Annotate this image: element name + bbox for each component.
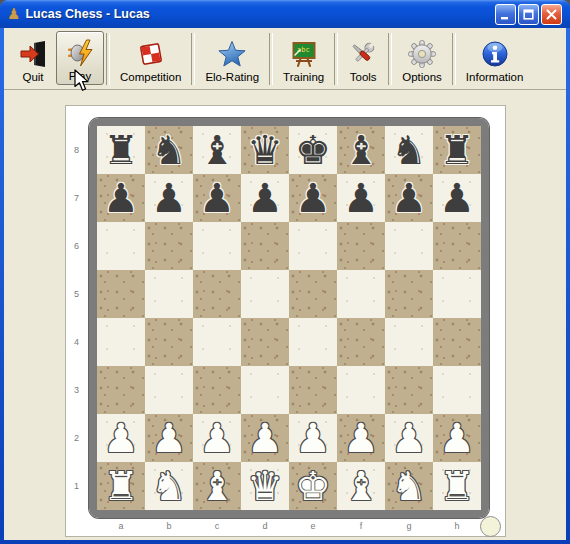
tools-label: Tools (350, 71, 377, 83)
square-f4[interactable] (337, 318, 385, 366)
file-label-g: g (385, 519, 433, 533)
black-pawn[interactable]: ♟ (145, 174, 193, 222)
lucas-chess-window: ♟ Lucas Chess - Lucas (0, 0, 570, 544)
black-pawn[interactable]: ♟ (241, 174, 289, 222)
square-d5[interactable] (241, 270, 289, 318)
square-f8[interactable]: ♝ (337, 126, 385, 174)
square-d4[interactable] (241, 318, 289, 366)
square-e5[interactable] (289, 270, 337, 318)
square-f2[interactable]: ♟ (337, 414, 385, 462)
turn-indicator-white (480, 516, 501, 537)
maximize-button[interactable] (518, 4, 539, 25)
square-h2[interactable]: ♟ (433, 414, 481, 462)
file-labels: abcdefgh (97, 519, 481, 533)
square-b2[interactable]: ♟ (145, 414, 193, 462)
square-b3[interactable] (145, 366, 193, 414)
square-d8[interactable]: ♛ (241, 126, 289, 174)
square-e6[interactable] (289, 222, 337, 270)
black-bishop[interactable]: ♝ (337, 126, 385, 174)
white-pawn[interactable]: ♟ (145, 414, 193, 462)
square-h5[interactable] (433, 270, 481, 318)
black-pawn[interactable]: ♟ (337, 174, 385, 222)
info-icon (480, 37, 510, 70)
white-pawn[interactable]: ♟ (337, 414, 385, 462)
square-b1[interactable]: ♞ (145, 462, 193, 510)
maximize-icon (523, 9, 534, 20)
square-h4[interactable] (433, 318, 481, 366)
square-d1[interactable]: ♛ (241, 462, 289, 510)
square-b8[interactable]: ♞ (145, 126, 193, 174)
toolbar-separator (191, 33, 195, 85)
file-label-a: a (97, 519, 145, 533)
window-content: Quit (4, 28, 566, 540)
black-pawn[interactable]: ♟ (289, 174, 337, 222)
white-pawn[interactable]: ♟ (433, 414, 481, 462)
black-rook[interactable]: ♜ (97, 126, 145, 174)
window-title: Lucas Chess - Lucas (25, 7, 495, 21)
rank-label-7: 7 (66, 174, 87, 222)
black-pawn[interactable]: ♟ (433, 174, 481, 222)
white-rook[interactable]: ♜ (97, 462, 145, 510)
close-button[interactable] (541, 4, 562, 25)
square-c5[interactable] (193, 270, 241, 318)
white-pawn[interactable]: ♟ (385, 414, 433, 462)
minimize-icon (500, 9, 511, 20)
black-bishop[interactable]: ♝ (193, 126, 241, 174)
square-e7[interactable]: ♟ (289, 174, 337, 222)
square-a8[interactable]: ♜ (97, 126, 145, 174)
square-h6[interactable] (433, 222, 481, 270)
square-h8[interactable]: ♜ (433, 126, 481, 174)
competition-button[interactable]: Competition (112, 31, 189, 85)
square-b5[interactable] (145, 270, 193, 318)
black-queen[interactable]: ♛ (241, 126, 289, 174)
toolbar-separator (334, 33, 338, 85)
white-bishop[interactable]: ♝ (193, 462, 241, 510)
square-g5[interactable] (385, 270, 433, 318)
black-pawn[interactable]: ♟ (97, 174, 145, 222)
play-button[interactable]: Play (56, 31, 104, 85)
rank-label-8: 8 (66, 126, 87, 174)
quit-button[interactable]: Quit (10, 31, 56, 85)
square-a6[interactable] (97, 222, 145, 270)
gear-icon (407, 37, 437, 70)
white-pawn[interactable]: ♟ (289, 414, 337, 462)
white-king[interactable]: ♚ (289, 462, 337, 510)
toolbar-separator (269, 33, 273, 85)
white-pawn[interactable]: ♟ (241, 414, 289, 462)
square-g8[interactable]: ♞ (385, 126, 433, 174)
chess-board[interactable]: ♜♞♝♛♚♝♞♜♟♟♟♟♟♟♟♟♟♟♟♟♟♟♟♟♜♞♝♛♚♝♞♜ (89, 118, 489, 518)
square-d6[interactable] (241, 222, 289, 270)
training-button[interactable]: abc Training (275, 31, 332, 85)
square-c4[interactable] (193, 318, 241, 366)
black-king[interactable]: ♚ (289, 126, 337, 174)
square-d2[interactable]: ♟ (241, 414, 289, 462)
wrench-screwdriver-icon (348, 37, 378, 70)
board-panel: 87654321 ♜♞♝♛♚♝♞♜♟♟♟♟♟♟♟♟♟♟♟♟♟♟♟♟♜♞♝♛♚♝♞… (65, 105, 506, 537)
square-f1[interactable]: ♝ (337, 462, 385, 510)
file-label-e: e (289, 519, 337, 533)
black-knight[interactable]: ♞ (385, 126, 433, 174)
square-a4[interactable] (97, 318, 145, 366)
white-pawn[interactable]: ♟ (97, 414, 145, 462)
rank-label-4: 4 (66, 318, 87, 366)
rank-label-2: 2 (66, 414, 87, 462)
square-b7[interactable]: ♟ (145, 174, 193, 222)
square-e8[interactable]: ♚ (289, 126, 337, 174)
square-d3[interactable] (241, 366, 289, 414)
file-label-c: c (193, 519, 241, 533)
quit-door-icon (18, 37, 48, 70)
elo-rating-label: Elo-Rating (205, 71, 259, 83)
black-knight[interactable]: ♞ (145, 126, 193, 174)
black-rook[interactable]: ♜ (433, 126, 481, 174)
square-g6[interactable] (385, 222, 433, 270)
elo-rating-button[interactable]: Elo-Rating (197, 31, 267, 85)
play-plug-lightning-icon (65, 36, 95, 69)
white-bishop[interactable]: ♝ (337, 462, 385, 510)
square-f3[interactable] (337, 366, 385, 414)
options-label: Options (402, 71, 442, 83)
rank-label-6: 6 (66, 222, 87, 270)
white-knight[interactable]: ♞ (385, 462, 433, 510)
square-b6[interactable] (145, 222, 193, 270)
square-a5[interactable] (97, 270, 145, 318)
star-icon (217, 37, 247, 70)
square-a7[interactable]: ♟ (97, 174, 145, 222)
square-f5[interactable] (337, 270, 385, 318)
square-a3[interactable] (97, 366, 145, 414)
square-e1[interactable]: ♚ (289, 462, 337, 510)
training-label: Training (283, 71, 324, 83)
file-label-f: f (337, 519, 385, 533)
rank-label-5: 5 (66, 270, 87, 318)
square-f7[interactable]: ♟ (337, 174, 385, 222)
rank-label-3: 3 (66, 366, 87, 414)
square-c7[interactable]: ♟ (193, 174, 241, 222)
toolbar-separator (388, 33, 392, 85)
information-label: Information (466, 71, 524, 83)
options-button[interactable]: Options (394, 31, 450, 85)
square-c2[interactable]: ♟ (193, 414, 241, 462)
rank-label-1: 1 (66, 462, 87, 510)
close-icon (546, 9, 557, 20)
black-pawn[interactable]: ♟ (193, 174, 241, 222)
square-h1[interactable]: ♜ (433, 462, 481, 510)
checkered-flag-icon (136, 37, 166, 70)
square-d7[interactable]: ♟ (241, 174, 289, 222)
white-knight[interactable]: ♞ (145, 462, 193, 510)
square-a1[interactable]: ♜ (97, 462, 145, 510)
white-queen[interactable]: ♛ (241, 462, 289, 510)
square-e4[interactable] (289, 318, 337, 366)
window-controls (495, 4, 562, 25)
square-g2[interactable]: ♟ (385, 414, 433, 462)
quit-label: Quit (22, 71, 43, 83)
tools-button[interactable]: Tools (340, 31, 386, 85)
square-g3[interactable] (385, 366, 433, 414)
minimize-button[interactable] (495, 4, 516, 25)
toolbar: Quit (4, 28, 566, 90)
square-e2[interactable]: ♟ (289, 414, 337, 462)
app-pawn-icon: ♟ (7, 7, 20, 22)
square-c1[interactable]: ♝ (193, 462, 241, 510)
information-button[interactable]: Information (458, 31, 532, 85)
toolbar-separator (106, 33, 110, 85)
file-label-b: b (145, 519, 193, 533)
square-g7[interactable]: ♟ (385, 174, 433, 222)
board-squares: ♜♞♝♛♚♝♞♜♟♟♟♟♟♟♟♟♟♟♟♟♟♟♟♟♜♞♝♛♚♝♞♜ (97, 126, 481, 510)
rank-labels: 87654321 (66, 126, 87, 510)
square-c8[interactable]: ♝ (193, 126, 241, 174)
play-label: Play (69, 70, 91, 82)
competition-label: Competition (120, 71, 181, 83)
square-g4[interactable] (385, 318, 433, 366)
white-pawn[interactable]: ♟ (193, 414, 241, 462)
square-h7[interactable]: ♟ (433, 174, 481, 222)
file-label-d: d (241, 519, 289, 533)
title-bar[interactable]: ♟ Lucas Chess - Lucas (0, 0, 570, 28)
file-label-h: h (433, 519, 481, 533)
square-b4[interactable] (145, 318, 193, 366)
square-e3[interactable] (289, 366, 337, 414)
chalkboard-icon: abc (289, 37, 319, 70)
white-rook[interactable]: ♜ (433, 462, 481, 510)
square-a2[interactable]: ♟ (97, 414, 145, 462)
square-g1[interactable]: ♞ (385, 462, 433, 510)
black-pawn[interactable]: ♟ (385, 174, 433, 222)
square-c3[interactable] (193, 366, 241, 414)
toolbar-separator (452, 33, 456, 85)
square-f6[interactable] (337, 222, 385, 270)
square-c6[interactable] (193, 222, 241, 270)
square-h3[interactable] (433, 366, 481, 414)
